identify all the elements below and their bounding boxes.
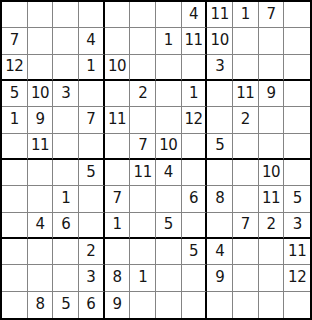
cell-r4c11-given[interactable]: 9 [259,81,285,107]
cell-r11c7-empty[interactable] [156,265,182,291]
cell-r6c12-empty[interactable] [284,134,310,160]
cell-r5c5-given[interactable]: 11 [105,107,131,133]
cell-r7c1-empty[interactable] [2,160,28,186]
cell-r3c6-empty[interactable] [130,55,156,81]
cell-r12c12-empty[interactable] [284,292,310,318]
cell-r8c3-given[interactable]: 1 [53,186,79,212]
cell-r8c10-empty[interactable] [233,186,259,212]
cell-r8c7-empty[interactable] [156,186,182,212]
cell-r3c4-given[interactable]: 1 [79,55,105,81]
cell-r2c6-empty[interactable] [130,28,156,54]
cell-r1c8-given[interactable]: 4 [182,2,208,28]
cell-r11c2-empty[interactable] [28,265,54,291]
cell-r7c5-empty[interactable] [105,160,131,186]
cell-r2c11-empty[interactable] [259,28,285,54]
cell-r12c4-given[interactable]: 6 [79,292,105,318]
cell-r1c9-given[interactable]: 11 [207,2,233,28]
cell-r5c8-given[interactable]: 12 [182,107,208,133]
cell-r10c8-given[interactable]: 5 [182,239,208,265]
cell-r4c3-given[interactable]: 3 [53,81,79,107]
cell-r3c7-empty[interactable] [156,55,182,81]
cell-r2c9-given[interactable]: 10 [207,28,233,54]
cell-r10c9-given[interactable]: 4 [207,239,233,265]
cell-r10c1-empty[interactable] [2,239,28,265]
cell-r8c1-empty[interactable] [2,186,28,212]
cell-r1c12-empty[interactable] [284,2,310,28]
cell-r8c9-given[interactable]: 8 [207,186,233,212]
cell-r10c7-empty[interactable] [156,239,182,265]
cell-r4c4-empty[interactable] [79,81,105,107]
cell-r11c6-given[interactable]: 1 [130,265,156,291]
cell-r12c3-given[interactable]: 5 [53,292,79,318]
cell-r10c4-given[interactable]: 2 [79,239,105,265]
cell-r12c8-empty[interactable] [182,292,208,318]
cell-r5c10-given[interactable]: 2 [233,107,259,133]
cell-r10c2-empty[interactable] [28,239,54,265]
cell-r5c7-empty[interactable] [156,107,182,133]
cell-r11c3-empty[interactable] [53,265,79,291]
cell-r12c10-empty[interactable] [233,292,259,318]
cell-r4c10-given[interactable]: 11 [233,81,259,107]
cell-r1c3-empty[interactable] [53,2,79,28]
cell-r6c6-given[interactable]: 7 [130,134,156,160]
cell-r8c4-empty[interactable] [79,186,105,212]
cell-r12c2-given[interactable]: 8 [28,292,54,318]
cell-r2c1-given[interactable]: 7 [2,28,28,54]
cell-r2c7-given[interactable]: 1 [156,28,182,54]
cell-r5c12-empty[interactable] [284,107,310,133]
cell-r6c5-empty[interactable] [105,134,131,160]
cell-r9c12-given[interactable]: 3 [284,213,310,239]
cell-r7c8-empty[interactable] [182,160,208,186]
cell-r1c6-empty[interactable] [130,2,156,28]
cell-r1c4-empty[interactable] [79,2,105,28]
cell-r9c10-given[interactable]: 7 [233,213,259,239]
cell-r5c3-empty[interactable] [53,107,79,133]
cell-r10c12-given[interactable]: 11 [284,239,310,265]
cell-r3c9-given[interactable]: 3 [207,55,233,81]
cell-r7c7-given[interactable]: 4 [156,160,182,186]
cell-r9c5-given[interactable]: 1 [105,213,131,239]
cell-r8c11-given[interactable]: 11 [259,186,285,212]
cell-r3c5-given[interactable]: 10 [105,55,131,81]
cell-r3c1-given[interactable]: 12 [2,55,28,81]
cell-r9c8-empty[interactable] [182,213,208,239]
cell-r11c10-empty[interactable] [233,265,259,291]
cell-r2c10-empty[interactable] [233,28,259,54]
cell-r12c5-given[interactable]: 9 [105,292,131,318]
cell-r1c5-empty[interactable] [105,2,131,28]
cell-r6c7-given[interactable]: 10 [156,134,182,160]
cell-r10c3-empty[interactable] [53,239,79,265]
cell-r2c2-empty[interactable] [28,28,54,54]
cell-r12c11-empty[interactable] [259,292,285,318]
cell-r4c6-given[interactable]: 2 [130,81,156,107]
cell-r11c9-given[interactable]: 9 [207,265,233,291]
cell-r8c12-given[interactable]: 5 [284,186,310,212]
cell-r10c11-empty[interactable] [259,239,285,265]
cell-r7c2-empty[interactable] [28,160,54,186]
cell-r2c3-empty[interactable] [53,28,79,54]
cell-r4c12-empty[interactable] [284,81,310,107]
cell-r9c4-empty[interactable] [79,213,105,239]
cell-r3c3-empty[interactable] [53,55,79,81]
cell-r6c3-empty[interactable] [53,134,79,160]
cell-r4c2-given[interactable]: 10 [28,81,54,107]
cell-r11c5-given[interactable]: 8 [105,265,131,291]
cell-r8c5-given[interactable]: 7 [105,186,131,212]
cell-r9c2-given[interactable]: 4 [28,213,54,239]
cell-r5c11-empty[interactable] [259,107,285,133]
cell-r6c11-empty[interactable] [259,134,285,160]
cell-r2c12-empty[interactable] [284,28,310,54]
cell-r8c2-empty[interactable] [28,186,54,212]
cell-r7c11-given[interactable]: 10 [259,160,285,186]
cell-r11c12-given[interactable]: 12 [284,265,310,291]
cell-r5c2-given[interactable]: 9 [28,107,54,133]
cell-r9c11-given[interactable]: 2 [259,213,285,239]
cell-r3c8-empty[interactable] [182,55,208,81]
cell-r9c1-empty[interactable] [2,213,28,239]
cell-r4c8-given[interactable]: 1 [182,81,208,107]
cell-r6c9-given[interactable]: 5 [207,134,233,160]
cell-r6c1-empty[interactable] [2,134,28,160]
cell-r12c6-empty[interactable] [130,292,156,318]
cell-r11c11-empty[interactable] [259,265,285,291]
cell-r12c7-empty[interactable] [156,292,182,318]
cell-r11c1-empty[interactable] [2,265,28,291]
cell-r3c11-empty[interactable] [259,55,285,81]
cell-r6c4-empty[interactable] [79,134,105,160]
cell-r10c5-empty[interactable] [105,239,131,265]
cell-r7c12-empty[interactable] [284,160,310,186]
cell-r11c8-empty[interactable] [182,265,208,291]
cell-r7c4-given[interactable]: 5 [79,160,105,186]
cell-r7c9-empty[interactable] [207,160,233,186]
cell-r8c8-given[interactable]: 6 [182,186,208,212]
cell-r3c2-empty[interactable] [28,55,54,81]
cell-r1c11-given[interactable]: 7 [259,2,285,28]
cell-r7c6-given[interactable]: 11 [130,160,156,186]
cell-r7c3-empty[interactable] [53,160,79,186]
cell-r9c6-empty[interactable] [130,213,156,239]
cell-r7c10-empty[interactable] [233,160,259,186]
cell-r5c9-empty[interactable] [207,107,233,133]
cell-r6c10-empty[interactable] [233,134,259,160]
cell-r3c12-empty[interactable] [284,55,310,81]
cell-r6c2-given[interactable]: 11 [28,134,54,160]
cell-r9c7-given[interactable]: 5 [156,213,182,239]
cell-r3c10-empty[interactable] [233,55,259,81]
cell-r1c7-empty[interactable] [156,2,182,28]
cell-r12c1-empty[interactable] [2,292,28,318]
cell-r1c1-empty[interactable] [2,2,28,28]
cell-r4c9-empty[interactable] [207,81,233,107]
cell-r5c1-given[interactable]: 1 [2,107,28,133]
cell-r4c7-empty[interactable] [156,81,182,107]
cell-r8c6-empty[interactable] [130,186,156,212]
cell-r5c4-given[interactable]: 7 [79,107,105,133]
cell-r6c8-empty[interactable] [182,134,208,160]
cell-r9c3-given[interactable]: 6 [53,213,79,239]
cell-r2c5-empty[interactable] [105,28,131,54]
cell-r12c9-empty[interactable] [207,292,233,318]
cell-r4c5-empty[interactable] [105,81,131,107]
cell-r5c6-empty[interactable] [130,107,156,133]
cell-r9c9-empty[interactable] [207,213,233,239]
cell-r10c10-empty[interactable] [233,239,259,265]
cell-r1c10-given[interactable]: 1 [233,2,259,28]
cell-r1c2-empty[interactable] [28,2,54,28]
cell-r11c4-given[interactable]: 3 [79,265,105,291]
cell-r2c4-given[interactable]: 4 [79,28,105,54]
cell-r4c1-given[interactable]: 5 [2,81,28,107]
sudoku-board: 4111774111101211035103211191971112211710… [0,0,312,320]
cell-r2c8-given[interactable]: 11 [182,28,208,54]
cell-r10c6-empty[interactable] [130,239,156,265]
